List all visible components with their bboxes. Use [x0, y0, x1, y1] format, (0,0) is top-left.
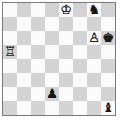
square-e2[interactable] — [59, 87, 73, 101]
square-a2[interactable] — [3, 87, 17, 101]
square-f7[interactable] — [73, 17, 87, 31]
square-c4[interactable] — [31, 59, 45, 73]
square-f1[interactable] — [73, 101, 87, 115]
square-b1[interactable] — [17, 101, 31, 115]
square-f6[interactable] — [73, 31, 87, 45]
square-h4[interactable] — [101, 59, 115, 73]
square-a1[interactable] — [3, 101, 17, 115]
square-h5[interactable] — [101, 45, 115, 59]
square-e8[interactable]: ♔ — [59, 3, 73, 17]
square-b6[interactable] — [17, 31, 31, 45]
chess-board: ♔♞♙♚♖♟♝ — [3, 3, 115, 115]
square-b8[interactable] — [17, 3, 31, 17]
square-c3[interactable] — [31, 73, 45, 87]
square-h8[interactable] — [101, 3, 115, 17]
square-f3[interactable] — [73, 73, 87, 87]
square-h3[interactable] — [101, 73, 115, 87]
square-g1[interactable] — [87, 101, 101, 115]
square-a6[interactable] — [3, 31, 17, 45]
square-e7[interactable] — [59, 17, 73, 31]
piece-white-rook[interactable]: ♖ — [4, 45, 16, 59]
square-d7[interactable] — [45, 17, 59, 31]
square-b4[interactable] — [17, 59, 31, 73]
square-c6[interactable] — [31, 31, 45, 45]
square-g6[interactable]: ♙ — [87, 31, 101, 45]
square-c8[interactable] — [31, 3, 45, 17]
square-a4[interactable] — [3, 59, 17, 73]
square-g8[interactable]: ♞ — [87, 3, 101, 17]
square-h7[interactable] — [101, 17, 115, 31]
square-e5[interactable] — [59, 45, 73, 59]
square-g7[interactable] — [87, 17, 101, 31]
square-f4[interactable] — [73, 59, 87, 73]
square-f8[interactable] — [73, 3, 87, 17]
square-a5[interactable]: ♖ — [3, 45, 17, 59]
square-a8[interactable] — [3, 3, 17, 17]
square-d2[interactable]: ♟ — [45, 87, 59, 101]
piece-black-knight[interactable]: ♞ — [88, 3, 100, 17]
square-d1[interactable] — [45, 101, 59, 115]
square-e3[interactable] — [59, 73, 73, 87]
piece-black-king[interactable]: ♚ — [102, 31, 114, 45]
square-f5[interactable] — [73, 45, 87, 59]
square-d3[interactable] — [45, 73, 59, 87]
chess-diagram: ♔♞♙♚♖♟♝ — [0, 0, 120, 120]
piece-black-bishop[interactable]: ♝ — [102, 101, 114, 115]
square-b2[interactable] — [17, 87, 31, 101]
piece-white-king[interactable]: ♔ — [60, 3, 72, 17]
piece-black-pawn[interactable]: ♟ — [46, 87, 58, 101]
square-a3[interactable] — [3, 73, 17, 87]
square-a7[interactable] — [3, 17, 17, 31]
square-b7[interactable] — [17, 17, 31, 31]
square-c1[interactable] — [31, 101, 45, 115]
square-d4[interactable] — [45, 59, 59, 73]
square-f2[interactable] — [73, 87, 87, 101]
square-b5[interactable] — [17, 45, 31, 59]
square-b3[interactable] — [17, 73, 31, 87]
square-d6[interactable] — [45, 31, 59, 45]
piece-white-pawn[interactable]: ♙ — [88, 31, 100, 45]
square-g2[interactable] — [87, 87, 101, 101]
square-h2[interactable] — [101, 87, 115, 101]
square-d8[interactable] — [45, 3, 59, 17]
square-c2[interactable] — [31, 87, 45, 101]
square-h1[interactable]: ♝ — [101, 101, 115, 115]
square-c7[interactable] — [31, 17, 45, 31]
square-c5[interactable] — [31, 45, 45, 59]
square-h6[interactable]: ♚ — [101, 31, 115, 45]
square-g5[interactable] — [87, 45, 101, 59]
square-e1[interactable] — [59, 101, 73, 115]
board-frame: ♔♞♙♚♖♟♝ — [2, 2, 116, 116]
square-e4[interactable] — [59, 59, 73, 73]
square-e6[interactable] — [59, 31, 73, 45]
square-d5[interactable] — [45, 45, 59, 59]
square-g3[interactable] — [87, 73, 101, 87]
square-g4[interactable] — [87, 59, 101, 73]
